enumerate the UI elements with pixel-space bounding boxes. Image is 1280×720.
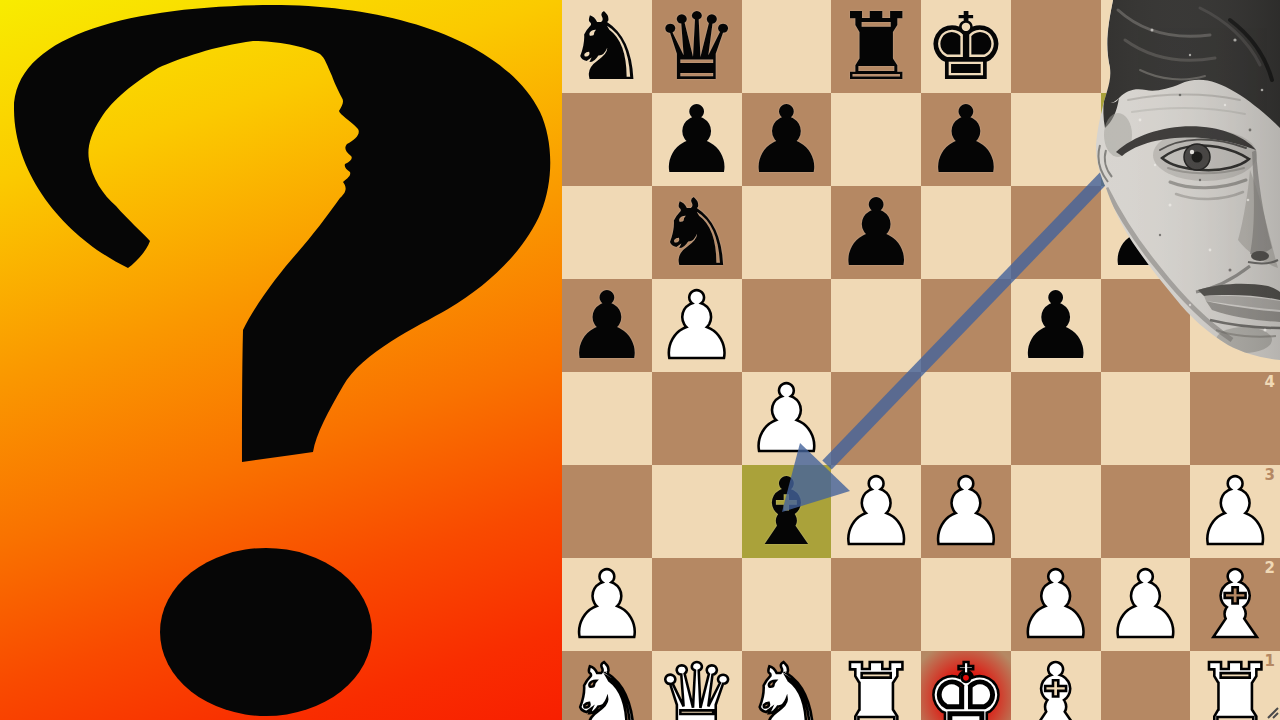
square-f5[interactable]: ♟ — [1011, 279, 1101, 372]
black-pawn[interactable]: ♟ — [565, 280, 648, 373]
white-bishop[interactable]: ♝ — [1014, 652, 1097, 720]
square-b5[interactable]: ♟ — [652, 279, 742, 372]
black-pawn[interactable]: ♟ — [655, 94, 738, 187]
square-g3[interactable] — [1101, 465, 1191, 558]
square-c3[interactable]: ♝ — [742, 465, 832, 558]
square-f6[interactable] — [1011, 186, 1101, 279]
black-pawn[interactable]: ♟ — [745, 94, 828, 187]
white-pawn[interactable]: ♟ — [1014, 559, 1097, 652]
square-a4[interactable] — [562, 372, 652, 465]
square-h3[interactable]: ♟3 — [1190, 465, 1280, 558]
square-a3[interactable] — [562, 465, 652, 558]
square-d8[interactable]: ♜ — [831, 0, 921, 93]
white-knight[interactable]: ♞ — [745, 652, 828, 720]
white-pawn[interactable]: ♟ — [834, 466, 917, 559]
square-b3[interactable] — [652, 465, 742, 558]
square-e6[interactable] — [921, 186, 1011, 279]
square-e7[interactable]: ♟ — [921, 93, 1011, 186]
square-b8[interactable]: ♛ — [652, 0, 742, 93]
white-pawn[interactable]: ♟ — [565, 559, 648, 652]
square-g2[interactable]: ♟ — [1101, 558, 1191, 651]
rank-label-2: 2 — [1265, 561, 1275, 576]
black-bishop[interactable]: ♝ — [745, 466, 828, 559]
square-d4[interactable] — [831, 372, 921, 465]
square-h8[interactable] — [1190, 0, 1280, 93]
chess-board[interactable]: ♞♛♜♚♟♟♟♞♟♟♟♟♟♟4♝♟♟♟3♟♟♟♝2♞a♛b♞c♜d♚e♝fg♜h… — [562, 0, 1280, 720]
square-g7[interactable] — [1101, 93, 1191, 186]
square-a2[interactable]: ♟ — [562, 558, 652, 651]
square-g8[interactable] — [1101, 0, 1191, 93]
square-d3[interactable]: ♟ — [831, 465, 921, 558]
square-g4[interactable] — [1101, 372, 1191, 465]
square-c4[interactable]: ♟ — [742, 372, 832, 465]
square-c6[interactable] — [742, 186, 832, 279]
square-b7[interactable]: ♟ — [652, 93, 742, 186]
white-rook[interactable]: ♜ — [834, 652, 917, 720]
square-e5[interactable] — [921, 279, 1011, 372]
square-a6[interactable] — [562, 186, 652, 279]
black-knight[interactable]: ♞ — [565, 1, 648, 94]
square-c7[interactable]: ♟ — [742, 93, 832, 186]
white-king[interactable]: ♚ — [924, 652, 1007, 720]
square-b4[interactable] — [652, 372, 742, 465]
black-king[interactable]: ♚ — [924, 1, 1007, 94]
square-e8[interactable]: ♚ — [921, 0, 1011, 93]
square-e2[interactable] — [921, 558, 1011, 651]
rank-label-3: 3 — [1265, 468, 1275, 483]
board-resize-handle[interactable] — [1262, 702, 1280, 720]
square-d6[interactable]: ♟ — [831, 186, 921, 279]
black-pawn[interactable]: ♟ — [924, 94, 1007, 187]
square-h5[interactable] — [1190, 279, 1280, 372]
square-e3[interactable]: ♟ — [921, 465, 1011, 558]
square-c2[interactable] — [742, 558, 832, 651]
square-d5[interactable] — [831, 279, 921, 372]
rank-label-4: 4 — [1265, 375, 1275, 390]
square-e4[interactable] — [921, 372, 1011, 465]
black-rook[interactable]: ♜ — [834, 1, 917, 94]
square-f3[interactable] — [1011, 465, 1101, 558]
black-pawn[interactable]: ♟ — [1104, 187, 1187, 280]
square-b2[interactable] — [652, 558, 742, 651]
white-pawn[interactable]: ♟ — [924, 466, 1007, 559]
square-a5[interactable]: ♟ — [562, 279, 652, 372]
square-g6[interactable]: ♟ — [1101, 186, 1191, 279]
white-queen[interactable]: ♛ — [655, 652, 738, 720]
white-pawn[interactable]: ♟ — [745, 373, 828, 466]
black-queen[interactable]: ♛ — [655, 1, 738, 94]
thumbnail: ♞♛♜♚♟♟♟♞♟♟♟♟♟♟4♝♟♟♟3♟♟♟♝2♞a♛b♞c♜d♚e♝fg♜h… — [0, 0, 1280, 720]
question-panel — [0, 0, 562, 720]
square-f7[interactable] — [1011, 93, 1101, 186]
question-mark-graphic — [0, 0, 562, 720]
square-d1[interactable]: ♜d — [831, 651, 921, 720]
square-f4[interactable] — [1011, 372, 1101, 465]
square-h4[interactable]: 4 — [1190, 372, 1280, 465]
question-mark-silhouette — [14, 5, 550, 462]
square-f8[interactable] — [1011, 0, 1101, 93]
rank-label-1: 1 — [1265, 654, 1275, 669]
white-pawn[interactable]: ♟ — [1104, 559, 1187, 652]
black-pawn[interactable]: ♟ — [834, 187, 917, 280]
white-pawn[interactable]: ♟ — [655, 280, 738, 373]
square-g1[interactable]: g — [1101, 651, 1191, 720]
white-knight[interactable]: ♞ — [565, 652, 648, 720]
square-g5[interactable] — [1101, 279, 1191, 372]
square-d2[interactable] — [831, 558, 921, 651]
square-e1[interactable]: ♚e — [921, 651, 1011, 720]
square-b6[interactable]: ♞ — [652, 186, 742, 279]
square-f2[interactable]: ♟ — [1011, 558, 1101, 651]
square-h2[interactable]: ♝2 — [1190, 558, 1280, 651]
square-a7[interactable] — [562, 93, 652, 186]
square-a1[interactable]: ♞a — [562, 651, 652, 720]
square-c5[interactable] — [742, 279, 832, 372]
square-a8[interactable]: ♞ — [562, 0, 652, 93]
black-pawn[interactable]: ♟ — [1014, 280, 1097, 373]
question-mark-dot — [160, 548, 372, 716]
square-h7[interactable] — [1190, 93, 1280, 186]
square-h6[interactable] — [1190, 186, 1280, 279]
square-b1[interactable]: ♛b — [652, 651, 742, 720]
black-knight[interactable]: ♞ — [655, 187, 738, 280]
square-f1[interactable]: ♝f — [1011, 651, 1101, 720]
square-c8[interactable] — [742, 0, 832, 93]
square-d7[interactable] — [831, 93, 921, 186]
square-c1[interactable]: ♞c — [742, 651, 832, 720]
